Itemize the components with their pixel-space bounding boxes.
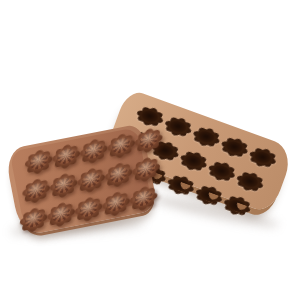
flower-cavity [189, 124, 223, 150]
flower-cavity [232, 169, 266, 195]
flower-relief [76, 166, 106, 195]
flower-relief [79, 137, 109, 166]
flower-relief [24, 147, 54, 176]
flower-cavity [204, 158, 238, 184]
product-photo [0, 0, 300, 300]
flower-relief [106, 131, 136, 160]
flower-relief [21, 176, 51, 205]
flower-cavity [176, 148, 210, 174]
flower-cavity [245, 145, 279, 171]
flower-relief [104, 160, 134, 189]
flower-relief [51, 142, 81, 171]
flower-relief [129, 184, 159, 213]
front-mould-top-face [9, 127, 151, 226]
flower-relief [49, 171, 79, 200]
flower-cavity [217, 134, 251, 160]
flower-cavity [161, 114, 195, 140]
front-mould-relief-grid [20, 128, 140, 222]
